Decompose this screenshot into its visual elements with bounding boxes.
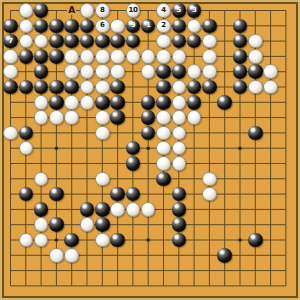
white-stone	[95, 49, 110, 64]
move-number: 7	[8, 38, 12, 45]
white-stone	[141, 202, 156, 217]
white-stone	[80, 95, 95, 110]
white-stone	[202, 187, 217, 202]
black-stone	[80, 202, 95, 217]
white-stone	[141, 49, 156, 64]
black-stone	[95, 217, 110, 232]
white-stone	[126, 202, 141, 217]
black-stone: 5	[172, 3, 187, 18]
white-stone	[110, 49, 125, 64]
white-stone: 10	[126, 3, 141, 18]
black-stone	[49, 49, 64, 64]
white-stone	[172, 49, 187, 64]
black-stone	[248, 126, 263, 141]
move-number: 6	[100, 22, 104, 29]
white-stone	[80, 217, 95, 232]
black-stone	[110, 80, 125, 95]
black-stone	[172, 202, 187, 217]
black-stone	[172, 217, 187, 232]
white-stone	[95, 126, 110, 141]
white-stone	[34, 95, 49, 110]
black-stone	[19, 126, 34, 141]
white-stone	[3, 64, 18, 79]
black-stone	[156, 95, 171, 110]
white-stone	[202, 34, 217, 49]
go-board[interactable]: 81045369127A	[0, 0, 300, 300]
white-stone	[248, 49, 263, 64]
black-stone	[187, 95, 202, 110]
white-stone	[3, 49, 18, 64]
black-stone	[49, 95, 64, 110]
white-stone	[126, 49, 141, 64]
black-stone	[233, 64, 248, 79]
white-stone	[64, 95, 79, 110]
white-stone	[263, 64, 278, 79]
black-stone	[172, 64, 187, 79]
black-stone: 7	[3, 34, 18, 49]
black-stone	[95, 95, 110, 110]
black-stone	[110, 95, 125, 110]
white-stone	[95, 64, 110, 79]
white-stone	[110, 64, 125, 79]
black-stone	[3, 19, 18, 34]
black-stone	[156, 64, 171, 79]
black-stone	[126, 156, 141, 171]
black-stone	[110, 110, 125, 125]
move-number: 10	[129, 7, 138, 14]
black-stone	[95, 202, 110, 217]
black-stone	[110, 34, 125, 49]
white-stone	[19, 19, 34, 34]
black-stone	[34, 3, 49, 18]
white-stone	[64, 49, 79, 64]
white-stone	[80, 64, 95, 79]
black-stone	[95, 34, 110, 49]
white-stone	[248, 34, 263, 49]
white-stone	[49, 110, 64, 125]
white-stone	[172, 156, 187, 171]
black-stone	[217, 95, 232, 110]
white-stone	[202, 64, 217, 79]
black-stone	[156, 80, 171, 95]
black-stone	[141, 95, 156, 110]
white-stone: 2	[156, 19, 171, 34]
black-stone	[172, 19, 187, 34]
black-stone: 3	[187, 3, 202, 18]
move-number: 5	[177, 7, 181, 14]
move-number: 1	[146, 22, 150, 29]
black-stone	[19, 49, 34, 64]
black-stone	[64, 80, 79, 95]
black-stone	[34, 202, 49, 217]
black-stone	[248, 233, 263, 248]
black-stone	[202, 19, 217, 34]
black-stone: 9	[126, 19, 141, 34]
white-stone	[95, 80, 110, 95]
white-stone	[3, 126, 18, 141]
black-stone	[64, 233, 79, 248]
white-stone	[172, 126, 187, 141]
white-stone: 4	[156, 3, 171, 18]
white-stone	[95, 172, 110, 187]
white-stone	[156, 49, 171, 64]
white-stone	[172, 95, 187, 110]
white-stone	[156, 141, 171, 156]
white-stone	[248, 80, 263, 95]
black-stone	[217, 248, 232, 263]
black-stone	[110, 187, 125, 202]
white-stone	[110, 202, 125, 217]
black-stone	[202, 80, 217, 95]
move-number: 4	[161, 7, 165, 14]
white-stone	[202, 49, 217, 64]
white-stone	[156, 34, 171, 49]
black-stone	[156, 172, 171, 187]
white-stone	[263, 80, 278, 95]
black-stone	[49, 187, 64, 202]
white-stone	[80, 3, 95, 18]
white-stone	[19, 3, 34, 18]
black-stone	[248, 64, 263, 79]
black-stone	[49, 34, 64, 49]
white-stone: 6	[95, 19, 110, 34]
move-number: 3	[192, 7, 196, 14]
black-stone	[49, 19, 64, 34]
white-stone	[202, 172, 217, 187]
black-stone	[34, 49, 49, 64]
black-stone	[110, 233, 125, 248]
move-number: 9	[131, 22, 135, 29]
white-stone	[110, 19, 125, 34]
white-stone	[187, 110, 202, 125]
white-stone	[64, 110, 79, 125]
white-stone	[80, 49, 95, 64]
white-stone	[64, 248, 79, 263]
white-stone	[49, 248, 64, 263]
move-number: 8	[100, 7, 104, 14]
black-stone	[49, 80, 64, 95]
white-stone	[156, 110, 171, 125]
white-stone	[95, 233, 110, 248]
black-stone	[49, 217, 64, 232]
black-stone	[233, 49, 248, 64]
move-number: 2	[161, 22, 165, 29]
point-label-A: A	[67, 6, 76, 15]
white-stone	[34, 110, 49, 125]
white-stone	[156, 156, 171, 171]
white-stone	[156, 126, 171, 141]
white-stone	[172, 110, 187, 125]
white-stone	[95, 110, 110, 125]
black-stone	[64, 19, 79, 34]
white-stone	[64, 64, 79, 79]
white-stone: 8	[95, 3, 110, 18]
black-stone	[3, 80, 18, 95]
